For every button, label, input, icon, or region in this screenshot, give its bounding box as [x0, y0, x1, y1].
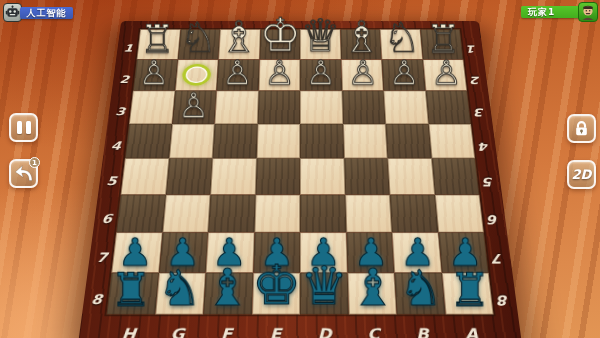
white-knight-g1[interactable]: ♘ — [178, 17, 219, 58]
file-label: E — [251, 322, 300, 338]
square-b4[interactable] — [385, 124, 431, 159]
undo-button[interactable]: 1 — [9, 159, 38, 188]
rank-label: 2 — [465, 64, 487, 96]
square-c5[interactable] — [344, 158, 390, 194]
square-f6[interactable] — [208, 194, 255, 232]
white-bishop-f1[interactable]: ♗ — [218, 15, 259, 58]
square-g6[interactable] — [162, 194, 210, 232]
square-c6[interactable] — [345, 194, 392, 232]
robot-icon — [5, 5, 20, 20]
square-e5[interactable] — [255, 158, 300, 194]
lock-icon — [573, 120, 590, 137]
square-d2[interactable]: ♙ — [300, 59, 342, 90]
square-d8[interactable]: ♛ — [300, 272, 348, 314]
square-e4[interactable] — [256, 124, 300, 159]
white-pawn-e2[interactable]: ♙ — [258, 56, 300, 90]
black-rook-h8[interactable]: ♜ — [107, 267, 155, 313]
black-knight-b8[interactable]: ♞ — [397, 264, 445, 313]
pause-icon — [17, 121, 31, 134]
white-pawn-c2[interactable]: ♙ — [342, 56, 384, 90]
square-f4[interactable] — [212, 124, 257, 159]
square-h6[interactable] — [116, 194, 165, 232]
rank-label: 2 — [113, 64, 135, 96]
square-f3[interactable] — [215, 91, 259, 124]
square-c8[interactable]: ♝ — [347, 272, 397, 314]
black-knight-g8[interactable]: ♞ — [155, 264, 203, 313]
black-queen-d8[interactable]: ♛ — [300, 260, 348, 313]
file-label: F — [201, 322, 251, 338]
white-queen-d1[interactable]: ♕ — [300, 14, 341, 58]
square-a5[interactable] — [431, 158, 479, 194]
rank-label: 3 — [109, 95, 132, 128]
square-a2[interactable]: ♙ — [422, 59, 467, 90]
square-b5[interactable] — [388, 158, 435, 194]
black-king-e8[interactable]: ♚ — [252, 258, 300, 313]
file-label: B — [397, 322, 448, 338]
chess-board-frame: ♖♘♗♔♕♗♘♖♙♙♙♙♙♙♙♙♟♟♟♟♟♟♟♟♜♞♝♚♛♝♞♜ HGFEDCB… — [77, 21, 523, 338]
white-pawn-b2[interactable]: ♙ — [383, 56, 425, 90]
square-b2[interactable]: ♙ — [382, 59, 426, 90]
pause-button[interactable] — [9, 113, 38, 142]
square-g1[interactable]: ♘ — [178, 29, 221, 59]
board-scene: ♖♘♗♔♕♗♘♖♙♙♙♙♙♙♙♙♟♟♟♟♟♟♟♟♜♞♝♚♛♝♞♜ HGFEDCB… — [0, 0, 600, 338]
square-g4[interactable] — [169, 124, 215, 159]
square-h3[interactable] — [129, 91, 175, 124]
square-f5[interactable] — [210, 158, 256, 194]
square-h5[interactable] — [121, 158, 169, 194]
rank-label: 8 — [490, 278, 517, 320]
view-2d-button[interactable]: 2D — [567, 160, 596, 189]
square-c2[interactable]: ♙ — [341, 59, 384, 90]
ai-player-name: 人工智能 — [27, 7, 67, 20]
square-h4[interactable] — [125, 124, 172, 159]
square-a6[interactable] — [434, 194, 483, 232]
square-e6[interactable] — [254, 194, 300, 232]
square-g3[interactable]: ♙ — [172, 91, 217, 124]
player-avatar — [578, 2, 598, 22]
square-d5[interactable] — [300, 158, 345, 194]
white-pawn-h2[interactable]: ♙ — [133, 56, 175, 90]
square-b8[interactable]: ♞ — [394, 272, 445, 314]
square-g5[interactable] — [166, 158, 213, 194]
rank-label: 6 — [481, 200, 506, 238]
square-b6[interactable] — [390, 194, 438, 232]
rank-label: 1 — [117, 33, 139, 63]
ai-player-banner: 人工智能 — [20, 7, 73, 19]
file-label: C — [349, 322, 399, 338]
undo-count-badge: 1 — [29, 157, 40, 168]
square-f8[interactable]: ♝ — [203, 272, 253, 314]
square-b3[interactable] — [384, 91, 429, 124]
black-rook-a8[interactable]: ♜ — [445, 267, 493, 313]
black-bishop-c8[interactable]: ♝ — [348, 262, 396, 313]
white-knight-b1[interactable]: ♘ — [382, 17, 423, 58]
file-label: A — [446, 322, 497, 338]
white-bishop-c1[interactable]: ♗ — [341, 15, 382, 58]
chess-board[interactable]: ♖♘♗♔♕♗♘♖♙♙♙♙♙♙♙♙♟♟♟♟♟♟♟♟♜♞♝♚♛♝♞♜ — [106, 29, 493, 314]
square-h2[interactable]: ♙ — [133, 59, 178, 90]
black-bishop-f8[interactable]: ♝ — [203, 262, 251, 313]
lock-button[interactable] — [567, 114, 596, 143]
white-pawn-f2[interactable]: ♙ — [217, 56, 259, 90]
rank-label: 3 — [468, 95, 491, 128]
white-king-e1[interactable]: ♔ — [259, 12, 300, 58]
square-g8[interactable]: ♞ — [155, 272, 206, 314]
person-icon — [580, 4, 596, 20]
rank-label: 7 — [485, 238, 511, 278]
square-a8[interactable]: ♜ — [441, 272, 493, 314]
square-e8[interactable]: ♚ — [252, 272, 300, 314]
rank-label: 4 — [104, 128, 128, 163]
view-2d-label: 2D — [572, 167, 592, 182]
game-screen: ♖♘♗♔♕♗♘♖♙♙♙♙♙♙♙♙♟♟♟♟♟♟♟♟♜♞♝♚♛♝♞♜ HGFEDCB… — [0, 0, 600, 338]
square-e3[interactable] — [257, 91, 300, 124]
square-h8[interactable]: ♜ — [106, 272, 158, 314]
white-pawn-g3[interactable]: ♙ — [172, 88, 215, 122]
square-f2[interactable]: ♙ — [216, 59, 259, 90]
square-a3[interactable] — [425, 91, 471, 124]
undo-arrow-icon — [14, 165, 33, 182]
rank-label: 1 — [461, 33, 483, 63]
square-c3[interactable] — [342, 91, 386, 124]
player-name: 玩家1 — [528, 6, 555, 19]
rank-label: 5 — [477, 163, 501, 199]
white-pawn-d2[interactable]: ♙ — [300, 56, 342, 90]
rank-label: 4 — [472, 128, 496, 163]
square-d6[interactable] — [300, 194, 346, 232]
square-d3[interactable] — [300, 91, 343, 124]
file-label: D — [300, 322, 349, 338]
file-label: H — [103, 322, 154, 338]
file-labels: HGFEDCBA — [103, 322, 497, 338]
square-e2[interactable]: ♙ — [258, 59, 300, 90]
file-label: G — [152, 322, 203, 338]
white-pawn-a2[interactable]: ♙ — [425, 56, 467, 90]
square-a4[interactable] — [428, 124, 475, 159]
square-d4[interactable] — [300, 124, 344, 159]
last-move-highlight — [182, 64, 212, 86]
square-c4[interactable] — [343, 124, 388, 159]
